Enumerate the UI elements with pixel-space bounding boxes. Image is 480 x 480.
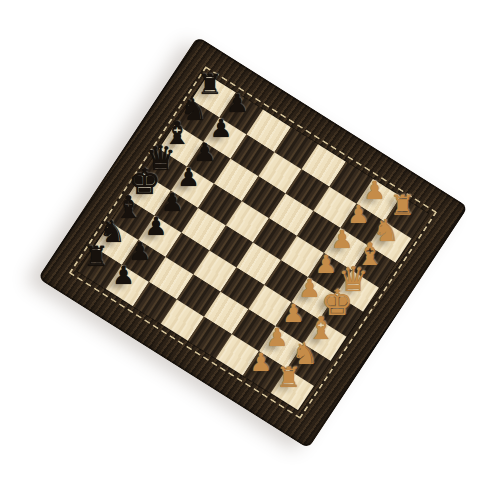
piece-black-pawn-f7[interactable]: ♟ (145, 214, 167, 239)
piece-white-pawn-d2[interactable]: ♟ (315, 251, 337, 276)
piece-white-pawn-e2[interactable]: ♟ (298, 276, 320, 301)
piece-black-pawn-d7[interactable]: ♟ (177, 164, 199, 189)
piece-black-pawn-b7[interactable]: ♟ (210, 115, 232, 140)
piece-white-rook-h1[interactable]: ♜ (276, 365, 301, 393)
piece-black-pawn-c7[interactable]: ♟ (193, 140, 215, 165)
piece-white-pawn-c2[interactable]: ♟ (331, 227, 353, 252)
piece-black-pawn-h7[interactable]: ♟ (112, 263, 134, 288)
piece-white-pawn-a2[interactable]: ♟ (363, 177, 385, 202)
piece-white-pawn-h2[interactable]: ♟ (250, 349, 272, 374)
piece-black-pawn-a7[interactable]: ♟ (226, 91, 248, 116)
piece-black-rook-h8[interactable]: ♜ (83, 243, 108, 271)
photo-scene: ♜♞♝♛♚♝♞♜♟♟♟♟♟♟♟♟♟♟♟♟♟♟♟♟♜♞♝♛♚♝♞♜ (0, 0, 480, 480)
piece-white-pawn-g2[interactable]: ♟ (266, 325, 288, 350)
pieces-layer: ♜♞♝♛♚♝♞♜♟♟♟♟♟♟♟♟♟♟♟♟♟♟♟♟♜♞♝♛♚♝♞♜ (0, 0, 480, 480)
piece-black-pawn-g7[interactable]: ♟ (128, 238, 150, 263)
piece-white-pawn-b2[interactable]: ♟ (347, 202, 369, 227)
piece-black-pawn-e7[interactable]: ♟ (161, 189, 183, 214)
piece-white-pawn-f2[interactable]: ♟ (282, 300, 304, 325)
